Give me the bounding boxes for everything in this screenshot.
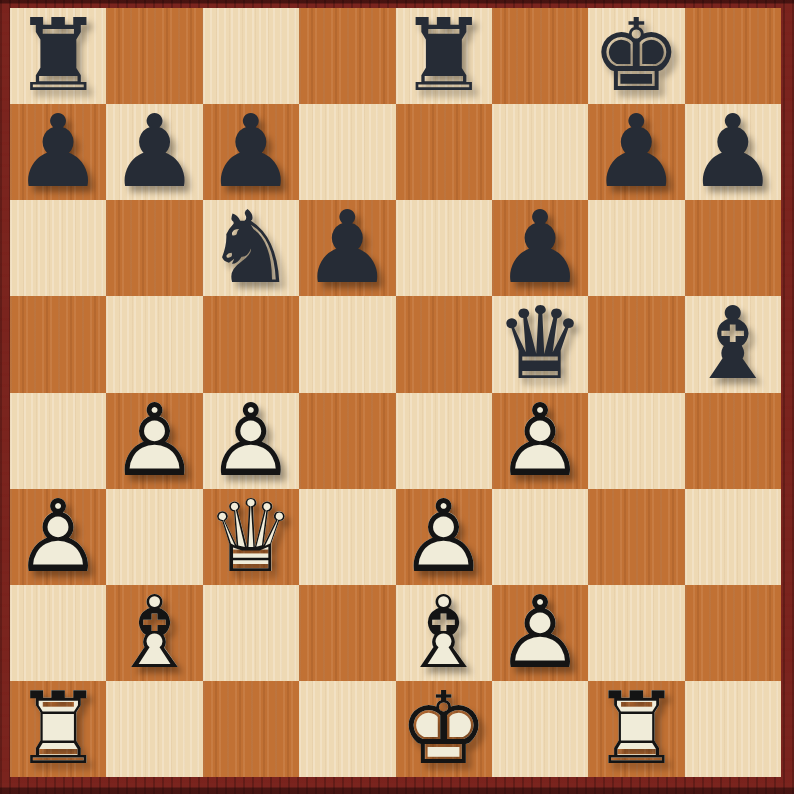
square-c5[interactable]	[203, 296, 299, 392]
white-bishop-outline-icon: ♗	[399, 585, 489, 681]
square-f1[interactable]	[492, 681, 588, 777]
square-g4[interactable]	[588, 393, 684, 489]
square-a5[interactable]	[10, 296, 106, 392]
white-pawn-outline-icon: ♙	[495, 393, 585, 489]
square-a6[interactable]	[10, 200, 106, 296]
square-g7[interactable]: ♟	[588, 104, 684, 200]
piece-white-queen[interactable]: ♛♕	[203, 489, 299, 585]
white-pawn-outline-icon: ♙	[206, 393, 296, 489]
black-pawn-icon: ♟	[688, 104, 778, 200]
white-bishop-outline-icon: ♗	[110, 585, 200, 681]
square-f8[interactable]	[492, 8, 588, 104]
piece-white-pawn[interactable]: ♟♙	[492, 585, 588, 681]
white-king-outline-icon: ♔	[399, 681, 489, 777]
piece-black-pawn[interactable]: ♟	[203, 104, 299, 200]
square-h3[interactable]	[685, 489, 781, 585]
piece-white-pawn[interactable]: ♟♙	[492, 393, 588, 489]
piece-black-pawn[interactable]: ♟	[10, 104, 106, 200]
black-pawn-icon: ♟	[110, 104, 200, 200]
piece-white-pawn[interactable]: ♟♙	[10, 489, 106, 585]
white-rook-outline-icon: ♖	[592, 681, 682, 777]
white-queen-outline-icon: ♕	[206, 489, 296, 585]
square-e3[interactable]: ♟♙	[396, 489, 492, 585]
square-f7[interactable]	[492, 104, 588, 200]
square-b2[interactable]: ♝♗	[106, 585, 202, 681]
square-h6[interactable]	[685, 200, 781, 296]
piece-white-pawn[interactable]: ♟♙	[203, 393, 299, 489]
square-b6[interactable]	[106, 200, 202, 296]
square-e4[interactable]	[396, 393, 492, 489]
black-pawn-icon: ♟	[592, 104, 682, 200]
square-g1[interactable]: ♜♖	[588, 681, 684, 777]
square-h5[interactable]: ♝	[685, 296, 781, 392]
square-a3[interactable]: ♟♙	[10, 489, 106, 585]
piece-black-queen[interactable]: ♛	[492, 296, 588, 392]
square-c3[interactable]: ♛♕	[203, 489, 299, 585]
square-d7[interactable]	[299, 104, 395, 200]
square-h4[interactable]	[685, 393, 781, 489]
piece-black-pawn[interactable]: ♟	[492, 200, 588, 296]
piece-black-pawn[interactable]: ♟	[299, 200, 395, 296]
square-f2[interactable]: ♟♙	[492, 585, 588, 681]
square-a7[interactable]: ♟	[10, 104, 106, 200]
black-knight-icon: ♞	[206, 200, 296, 296]
white-pawn-outline-icon: ♙	[13, 489, 103, 585]
piece-white-bishop[interactable]: ♝♗	[396, 585, 492, 681]
square-b5[interactable]	[106, 296, 202, 392]
piece-white-pawn[interactable]: ♟♙	[107, 393, 203, 489]
piece-black-pawn[interactable]: ♟	[588, 104, 684, 200]
square-g6[interactable]	[588, 200, 684, 296]
square-e5[interactable]	[396, 296, 492, 392]
square-a8[interactable]: ♜	[10, 8, 106, 104]
square-a4[interactable]	[10, 393, 106, 489]
square-d1[interactable]	[299, 681, 395, 777]
square-g3[interactable]	[588, 489, 684, 585]
black-queen-icon: ♛	[495, 296, 585, 392]
square-b4[interactable]: ♟♙	[106, 393, 202, 489]
piece-white-bishop[interactable]: ♝♗	[107, 585, 203, 681]
square-d4[interactable]	[299, 393, 395, 489]
square-d5[interactable]	[299, 296, 395, 392]
square-h1[interactable]	[685, 681, 781, 777]
white-pawn-outline-icon: ♙	[495, 585, 585, 681]
black-rook-icon: ♜	[399, 8, 489, 104]
square-a2[interactable]	[10, 585, 106, 681]
square-g2[interactable]	[588, 585, 684, 681]
square-h2[interactable]	[685, 585, 781, 681]
square-f6[interactable]: ♟	[492, 200, 588, 296]
piece-black-rook[interactable]: ♜	[10, 8, 106, 104]
square-a1[interactable]: ♜♖	[10, 681, 106, 777]
square-d8[interactable]	[299, 8, 395, 104]
piece-black-bishop[interactable]: ♝	[685, 296, 781, 392]
square-f5[interactable]: ♛	[492, 296, 588, 392]
board-frame: ♜♜♚♟♟♟♟♟♞♟♟♛♝♟♙♟♙♟♙♟♙♛♕♟♙♝♗♝♗♟♙♜♖♚♔♜♖	[0, 0, 794, 794]
square-f3[interactable]	[492, 489, 588, 585]
square-c7[interactable]: ♟	[203, 104, 299, 200]
square-f4[interactable]: ♟♙	[492, 393, 588, 489]
piece-black-pawn[interactable]: ♟	[685, 104, 781, 200]
piece-white-rook[interactable]: ♜♖	[588, 681, 684, 777]
square-e1[interactable]: ♚♔	[396, 681, 492, 777]
square-b7[interactable]: ♟	[106, 104, 202, 200]
piece-white-king[interactable]: ♚♔	[396, 681, 492, 777]
square-h8[interactable]	[685, 8, 781, 104]
square-e7[interactable]	[396, 104, 492, 200]
white-pawn-outline-icon: ♙	[399, 489, 489, 585]
black-rook-icon: ♜	[13, 8, 103, 104]
piece-white-pawn[interactable]: ♟♙	[396, 489, 492, 585]
square-c6[interactable]: ♞	[203, 200, 299, 296]
square-g8[interactable]: ♚	[588, 8, 684, 104]
square-d2[interactable]	[299, 585, 395, 681]
square-b8[interactable]	[106, 8, 202, 104]
black-king-icon: ♚	[592, 8, 682, 104]
square-d6[interactable]: ♟	[299, 200, 395, 296]
piece-black-knight[interactable]: ♞	[203, 200, 299, 296]
square-b1[interactable]	[106, 681, 202, 777]
square-e8[interactable]: ♜	[396, 8, 492, 104]
black-pawn-icon: ♟	[13, 104, 103, 200]
white-pawn-outline-icon: ♙	[110, 393, 200, 489]
black-pawn-icon: ♟	[302, 200, 392, 296]
piece-white-rook[interactable]: ♜♖	[10, 681, 106, 777]
piece-black-king[interactable]: ♚	[588, 8, 684, 104]
square-e6[interactable]	[396, 200, 492, 296]
square-g5[interactable]	[588, 296, 684, 392]
white-rook-outline-icon: ♖	[13, 681, 103, 777]
piece-black-pawn[interactable]: ♟	[107, 104, 203, 200]
square-b3[interactable]	[106, 489, 202, 585]
black-pawn-icon: ♟	[495, 200, 585, 296]
square-e2[interactable]: ♝♗	[396, 585, 492, 681]
square-d3[interactable]	[299, 489, 395, 585]
black-pawn-icon: ♟	[206, 104, 296, 200]
piece-black-rook[interactable]: ♜	[396, 8, 492, 104]
square-c1[interactable]	[203, 681, 299, 777]
square-h7[interactable]: ♟	[685, 104, 781, 200]
square-c8[interactable]	[203, 8, 299, 104]
black-bishop-icon: ♝	[688, 296, 778, 392]
square-c2[interactable]	[203, 585, 299, 681]
square-c4[interactable]: ♟♙	[203, 393, 299, 489]
chess-board: ♜♜♚♟♟♟♟♟♞♟♟♛♝♟♙♟♙♟♙♟♙♛♕♟♙♝♗♝♗♟♙♜♖♚♔♜♖	[10, 8, 781, 777]
